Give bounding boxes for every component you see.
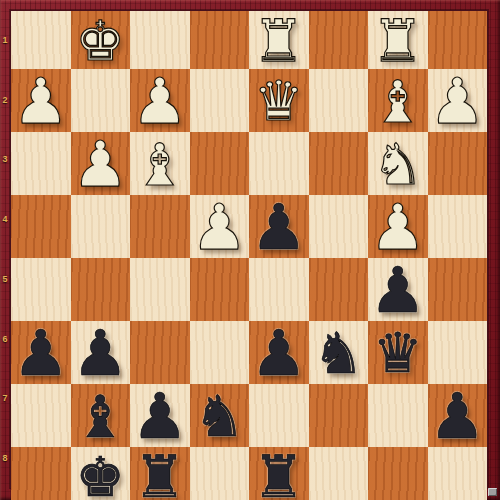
white-bishop-f3[interactable]: ♝	[134, 136, 186, 194]
black-pawn-b5[interactable]: ♟	[370, 259, 426, 322]
square-e4[interactable]: ♟	[190, 195, 250, 258]
square-a6[interactable]	[428, 321, 488, 384]
square-f6[interactable]	[130, 321, 190, 384]
black-knight-e7[interactable]: ♞	[194, 388, 245, 445]
square-g5[interactable]	[71, 258, 131, 321]
black-pawn-h6[interactable]: ♟	[13, 322, 69, 385]
square-d8[interactable]: ♜	[249, 447, 309, 500]
square-b5[interactable]: ♟	[368, 258, 428, 321]
white-king-g1[interactable]: ♚	[76, 14, 125, 69]
square-e2[interactable]	[190, 69, 250, 132]
square-b3[interactable]: ♞	[368, 132, 428, 195]
square-b1[interactable]: ♜	[368, 11, 428, 69]
square-b7[interactable]	[368, 384, 428, 447]
square-a1[interactable]	[428, 11, 488, 69]
black-pawn-f7[interactable]: ♟	[132, 385, 188, 448]
square-e8[interactable]	[190, 447, 250, 500]
resize-grip-icon[interactable]	[488, 488, 497, 496]
rank-label-1: 1	[0, 10, 10, 70]
white-pawn-h2[interactable]: ♟	[13, 70, 69, 133]
square-f3[interactable]: ♝	[130, 132, 190, 195]
square-c7[interactable]	[309, 384, 369, 447]
square-h2[interactable]: ♟	[11, 69, 71, 132]
black-rook-f8[interactable]: ♜	[134, 448, 186, 500]
square-h5[interactable]	[11, 258, 71, 321]
square-f2[interactable]: ♟	[130, 69, 190, 132]
square-a3[interactable]	[428, 132, 488, 195]
rank-label-6: 6	[0, 309, 10, 369]
square-e6[interactable]	[190, 321, 250, 384]
square-d6[interactable]: ♟	[249, 321, 309, 384]
square-f8[interactable]: ♜	[130, 447, 190, 500]
rank-label-3: 3	[0, 130, 10, 190]
square-f5[interactable]	[130, 258, 190, 321]
white-rook-d1[interactable]: ♜	[253, 12, 305, 70]
square-g2[interactable]	[71, 69, 131, 132]
white-pawn-e4[interactable]: ♟	[191, 196, 247, 259]
black-rook-d8[interactable]: ♜	[253, 448, 305, 500]
rank-label-8: 8	[0, 428, 10, 488]
white-pawn-g3[interactable]: ♟	[72, 133, 128, 196]
black-pawn-d6[interactable]: ♟	[251, 322, 307, 385]
square-f1[interactable]	[130, 11, 190, 69]
square-h7[interactable]	[11, 384, 71, 447]
square-a2[interactable]: ♟	[428, 69, 488, 132]
rank-label-5: 5	[0, 249, 10, 309]
square-d5[interactable]	[249, 258, 309, 321]
chess-board: ♚♜♜♟♟♛♝♟♟♝♞♟♟♟♟♟♟♟♞♛♝♟♞♟♚♜♜	[10, 10, 488, 488]
black-knight-c6[interactable]: ♞	[313, 325, 364, 382]
rank-label-4: 4	[0, 189, 10, 249]
square-c3[interactable]	[309, 132, 369, 195]
black-pawn-g6[interactable]: ♟	[72, 322, 128, 385]
chess-app-window: 12345678 HGFEDCBA ♚♜♜♟♟♛♝♟♟♝♞♟♟♟♟♟♟♟♞♛♝♟…	[0, 0, 500, 500]
square-g6[interactable]: ♟	[71, 321, 131, 384]
square-d7[interactable]	[249, 384, 309, 447]
white-queen-d2[interactable]: ♛	[254, 74, 303, 129]
square-h3[interactable]	[11, 132, 71, 195]
square-g3[interactable]: ♟	[71, 132, 131, 195]
square-b4[interactable]: ♟	[368, 195, 428, 258]
square-d4[interactable]: ♟	[249, 195, 309, 258]
rank-labels: 12345678	[0, 10, 10, 488]
square-g4[interactable]	[71, 195, 131, 258]
square-g7[interactable]: ♝	[71, 384, 131, 447]
square-h8[interactable]	[11, 447, 71, 500]
square-g8[interactable]: ♚	[71, 447, 131, 500]
square-a5[interactable]	[428, 258, 488, 321]
square-d1[interactable]: ♜	[249, 11, 309, 69]
square-c8[interactable]	[309, 447, 369, 500]
square-f4[interactable]	[130, 195, 190, 258]
square-a7[interactable]: ♟	[428, 384, 488, 447]
square-e1[interactable]	[190, 11, 250, 69]
square-e5[interactable]	[190, 258, 250, 321]
white-rook-b1[interactable]: ♜	[372, 12, 424, 70]
square-b2[interactable]: ♝	[368, 69, 428, 132]
square-d3[interactable]	[249, 132, 309, 195]
square-c1[interactable]	[309, 11, 369, 69]
square-c5[interactable]	[309, 258, 369, 321]
square-c2[interactable]	[309, 69, 369, 132]
square-h1[interactable]	[11, 11, 71, 69]
square-b6[interactable]: ♛	[368, 321, 428, 384]
square-e7[interactable]: ♞	[190, 384, 250, 447]
black-king-g8[interactable]: ♚	[76, 450, 125, 500]
white-bishop-b2[interactable]: ♝	[372, 73, 424, 131]
rank-label-2: 2	[0, 70, 10, 130]
square-f7[interactable]: ♟	[130, 384, 190, 447]
white-pawn-f2[interactable]: ♟	[132, 70, 188, 133]
white-pawn-a2[interactable]: ♟	[429, 70, 485, 133]
square-c6[interactable]: ♞	[309, 321, 369, 384]
square-c4[interactable]	[309, 195, 369, 258]
square-a8[interactable]	[428, 447, 488, 500]
square-a4[interactable]	[428, 195, 488, 258]
square-d2[interactable]: ♛	[249, 69, 309, 132]
black-pawn-d4[interactable]: ♟	[251, 196, 307, 259]
square-g1[interactable]: ♚	[71, 11, 131, 69]
black-pawn-a7[interactable]: ♟	[429, 385, 485, 448]
rank-label-7: 7	[0, 369, 10, 429]
white-pawn-b4[interactable]: ♟	[370, 196, 426, 259]
square-h4[interactable]	[11, 195, 71, 258]
square-h6[interactable]: ♟	[11, 321, 71, 384]
black-bishop-g7[interactable]: ♝	[74, 388, 126, 446]
white-knight-b3[interactable]: ♞	[372, 136, 423, 193]
black-queen-b6[interactable]: ♛	[373, 326, 422, 381]
square-e3[interactable]	[190, 132, 250, 195]
square-b8[interactable]	[368, 447, 428, 500]
